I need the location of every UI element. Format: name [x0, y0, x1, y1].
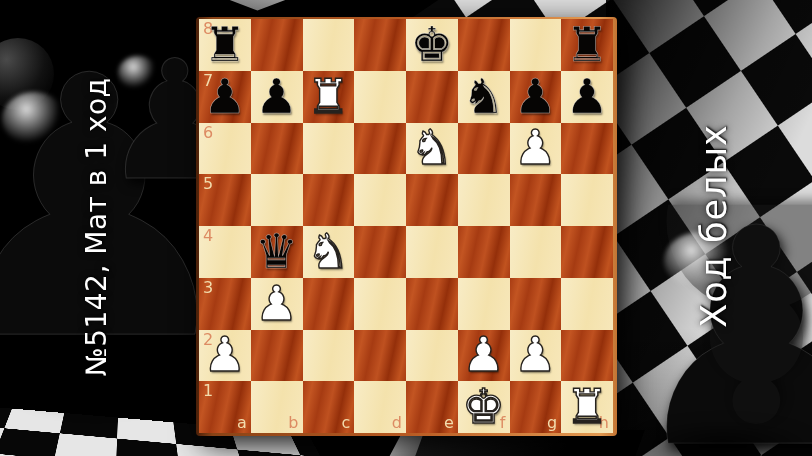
square-d4[interactable]	[354, 226, 406, 278]
square-a3[interactable]: 3	[199, 278, 251, 330]
square-f3[interactable]	[458, 278, 510, 330]
file-label-b: b	[288, 415, 298, 431]
black-pawn-h7[interactable]: ♟	[566, 72, 609, 120]
square-g5[interactable]	[510, 174, 562, 226]
square-g1[interactable]: g	[510, 381, 562, 433]
square-d2[interactable]	[354, 330, 406, 382]
square-a4[interactable]: 4	[199, 226, 251, 278]
square-h1[interactable]: h♜	[561, 381, 613, 433]
square-g4[interactable]	[510, 226, 562, 278]
white-knight-e6[interactable]: ♞	[410, 123, 453, 171]
white-pawn-a2[interactable]: ♟	[203, 330, 246, 378]
black-rook-h8[interactable]: ♜	[566, 20, 609, 68]
black-knight-f7[interactable]: ♞	[462, 72, 505, 120]
square-d8[interactable]	[354, 19, 406, 71]
black-pawn-g7[interactable]: ♟	[514, 72, 557, 120]
black-pawn-a7[interactable]: ♟	[203, 72, 246, 120]
square-e8[interactable]: ♚	[406, 19, 458, 71]
square-b4[interactable]: ♛	[251, 226, 303, 278]
black-king-e8[interactable]: ♚	[410, 20, 453, 68]
square-a5[interactable]: 5	[199, 174, 251, 226]
square-f6[interactable]	[458, 123, 510, 175]
square-f5[interactable]	[458, 174, 510, 226]
square-h5[interactable]	[561, 174, 613, 226]
rank-label-1: 1	[203, 383, 213, 399]
square-h6[interactable]	[561, 123, 613, 175]
square-b2[interactable]	[251, 330, 303, 382]
square-e3[interactable]	[406, 278, 458, 330]
square-f1[interactable]: f♚	[458, 381, 510, 433]
square-e1[interactable]: e	[406, 381, 458, 433]
file-label-g: g	[547, 415, 557, 431]
square-e6[interactable]: ♞	[406, 123, 458, 175]
black-pawn-b7[interactable]: ♟	[255, 72, 298, 120]
rank-label-3: 3	[203, 280, 213, 296]
square-b6[interactable]	[251, 123, 303, 175]
chess-board: 8♜♚♜7♟♟♜♞♟♟6♞♟54♛♞3♟2♟♟♟1abcdef♚gh♜	[199, 19, 613, 433]
chess-puzzle-scene: ♟ ♟ ♟ ♟ 8♜♚♜7♟♟♜♞♟♟6♞♟54♛♞3♟2♟♟♟1abcdef♚…	[0, 0, 812, 456]
square-b5[interactable]	[251, 174, 303, 226]
square-a6[interactable]: 6	[199, 123, 251, 175]
chess-board-frame: 8♜♚♜7♟♟♜♞♟♟6♞♟54♛♞3♟2♟♟♟1abcdef♚gh♜	[196, 17, 617, 436]
square-c1[interactable]: c	[303, 381, 355, 433]
file-label-c: c	[341, 415, 350, 431]
square-h2[interactable]	[561, 330, 613, 382]
square-d5[interactable]	[354, 174, 406, 226]
square-b8[interactable]	[251, 19, 303, 71]
black-rook-a8[interactable]: ♜	[203, 20, 246, 68]
white-pawn-b3[interactable]: ♟	[255, 279, 298, 327]
square-h7[interactable]: ♟	[561, 71, 613, 123]
square-f8[interactable]	[458, 19, 510, 71]
square-c6[interactable]	[303, 123, 355, 175]
rank-label-6: 6	[203, 125, 213, 141]
square-c2[interactable]	[303, 330, 355, 382]
square-h8[interactable]: ♜	[561, 19, 613, 71]
square-f7[interactable]: ♞	[458, 71, 510, 123]
square-b1[interactable]: b	[251, 381, 303, 433]
square-g6[interactable]: ♟	[510, 123, 562, 175]
square-c3[interactable]	[303, 278, 355, 330]
square-e4[interactable]	[406, 226, 458, 278]
square-d3[interactable]	[354, 278, 406, 330]
white-rook-c7[interactable]: ♜	[307, 72, 350, 120]
square-g8[interactable]	[510, 19, 562, 71]
square-f4[interactable]	[458, 226, 510, 278]
square-d6[interactable]	[354, 123, 406, 175]
square-c7[interactable]: ♜	[303, 71, 355, 123]
file-label-d: d	[392, 415, 402, 431]
square-c4[interactable]: ♞	[303, 226, 355, 278]
square-e7[interactable]	[406, 71, 458, 123]
square-b7[interactable]: ♟	[251, 71, 303, 123]
square-g2[interactable]: ♟	[510, 330, 562, 382]
rank-label-5: 5	[203, 176, 213, 192]
square-g7[interactable]: ♟	[510, 71, 562, 123]
white-rook-h1[interactable]: ♜	[566, 382, 609, 430]
file-label-e: e	[444, 415, 454, 431]
puzzle-number-title: №5142, Мат в 1 ход	[80, 78, 113, 377]
rank-label-4: 4	[203, 228, 213, 244]
square-d1[interactable]: d	[354, 381, 406, 433]
white-knight-c4[interactable]: ♞	[307, 227, 350, 275]
white-king-f1[interactable]: ♚	[462, 382, 505, 430]
square-a2[interactable]: 2♟	[199, 330, 251, 382]
square-c5[interactable]	[303, 174, 355, 226]
square-a8[interactable]: 8♜	[199, 19, 251, 71]
black-queen-b4[interactable]: ♛	[255, 227, 298, 275]
square-b3[interactable]: ♟	[251, 278, 303, 330]
square-h3[interactable]	[561, 278, 613, 330]
square-g3[interactable]	[510, 278, 562, 330]
square-h4[interactable]	[561, 226, 613, 278]
square-f2[interactable]: ♟	[458, 330, 510, 382]
side-to-move-label: Ход белых	[694, 124, 734, 328]
white-pawn-f2[interactable]: ♟	[462, 330, 505, 378]
square-a7[interactable]: 7♟	[199, 71, 251, 123]
square-d7[interactable]	[354, 71, 406, 123]
square-a1[interactable]: 1a	[199, 381, 251, 433]
white-pawn-g2[interactable]: ♟	[514, 330, 557, 378]
square-e5[interactable]	[406, 174, 458, 226]
square-c8[interactable]	[303, 19, 355, 71]
file-label-a: a	[237, 415, 247, 431]
square-e2[interactable]	[406, 330, 458, 382]
white-pawn-g6[interactable]: ♟	[514, 123, 557, 171]
